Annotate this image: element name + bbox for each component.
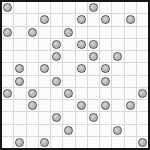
cell-r3c1[interactable]	[14, 39, 25, 50]
stone	[77, 40, 86, 49]
stone	[89, 40, 98, 49]
cell-r6c4[interactable]	[51, 76, 62, 87]
cell-r11c8[interactable]	[100, 137, 111, 148]
cell-r11c0[interactable]	[2, 137, 13, 148]
cell-r6c11[interactable]	[137, 76, 148, 87]
stone	[15, 138, 24, 147]
cell-r11c9[interactable]	[112, 137, 123, 148]
cell-r7c2[interactable]	[27, 88, 38, 99]
cell-r8c4[interactable]	[51, 100, 62, 111]
stone	[40, 15, 49, 24]
cell-r7c11[interactable]	[137, 88, 148, 99]
cell-r0c7[interactable]	[88, 2, 99, 13]
stone	[77, 15, 86, 24]
stone	[28, 28, 37, 37]
cell-r11c10[interactable]	[125, 137, 136, 148]
cell-r11c5[interactable]	[63, 137, 74, 148]
cell-r7c1[interactable]	[14, 88, 25, 99]
stone	[52, 40, 61, 49]
cell-r3c4[interactable]	[51, 39, 62, 50]
cell-r9c11[interactable]	[137, 112, 148, 123]
cell-r3c10[interactable]	[125, 39, 136, 50]
stone	[28, 89, 37, 98]
cell-r2c6[interactable]	[76, 27, 87, 38]
stone	[113, 52, 122, 61]
cell-r8c5[interactable]	[63, 100, 74, 111]
stone	[15, 77, 24, 86]
cell-r0c0[interactable]	[2, 2, 13, 13]
cell-r3c5[interactable]	[63, 39, 74, 50]
cell-r7c5[interactable]	[63, 88, 74, 99]
stone	[64, 28, 73, 37]
cell-r7c8[interactable]	[100, 88, 111, 99]
stone	[101, 77, 110, 86]
cell-r10c1[interactable]	[14, 125, 25, 136]
cell-r7c3[interactable]	[39, 88, 50, 99]
cell-r6c0[interactable]	[2, 76, 13, 87]
cell-r2c4[interactable]	[51, 27, 62, 38]
cell-r1c9[interactable]	[112, 14, 123, 25]
cell-r9c5[interactable]	[63, 112, 74, 123]
cell-r9c1[interactable]	[14, 112, 25, 123]
cell-r2c8[interactable]	[100, 27, 111, 38]
cell-r2c0[interactable]	[2, 27, 13, 38]
cell-r5c3[interactable]	[39, 63, 50, 74]
cell-r4c10[interactable]	[125, 51, 136, 62]
cell-r7c6[interactable]	[76, 88, 87, 99]
cell-r0c1[interactable]	[14, 2, 25, 13]
cell-r8c9[interactable]	[112, 100, 123, 111]
cell-r8c10[interactable]	[125, 100, 136, 111]
cell-r7c0[interactable]	[2, 88, 13, 99]
cell-r4c5[interactable]	[63, 51, 74, 62]
cell-r1c2[interactable]	[27, 14, 38, 25]
cell-r3c6[interactable]	[76, 39, 87, 50]
cell-r1c5[interactable]	[63, 14, 74, 25]
cell-r5c7[interactable]	[88, 63, 99, 74]
cell-r1c7[interactable]	[88, 14, 99, 25]
cell-r8c7[interactable]	[88, 100, 99, 111]
cell-r11c4[interactable]	[51, 137, 62, 148]
cell-r2c11[interactable]	[137, 27, 148, 38]
stone	[138, 138, 147, 147]
cell-r6c7[interactable]	[88, 76, 99, 87]
cell-r10c7[interactable]	[88, 125, 99, 136]
cell-r10c0[interactable]	[2, 125, 13, 136]
cell-r4c4[interactable]	[51, 51, 62, 62]
cell-r2c5[interactable]	[63, 27, 74, 38]
cell-r0c8[interactable]	[100, 2, 111, 13]
cell-r3c11[interactable]	[137, 39, 148, 50]
cell-r9c7[interactable]	[88, 112, 99, 123]
cell-r1c0[interactable]	[2, 14, 13, 25]
cell-r3c0[interactable]	[2, 39, 13, 50]
cell-r6c3[interactable]	[39, 76, 50, 87]
cell-r9c10[interactable]	[125, 112, 136, 123]
cell-r10c2[interactable]	[27, 125, 38, 136]
cell-r11c11[interactable]	[137, 137, 148, 148]
cell-r1c1[interactable]	[14, 14, 25, 25]
cell-r5c4[interactable]	[51, 63, 62, 74]
cell-r11c2[interactable]	[27, 137, 38, 148]
cell-r8c1[interactable]	[14, 100, 25, 111]
cell-r8c6[interactable]	[76, 100, 87, 111]
cell-r1c3[interactable]	[39, 14, 50, 25]
stone	[101, 15, 110, 24]
cell-r4c0[interactable]	[2, 51, 13, 62]
stone	[15, 64, 24, 73]
stone	[138, 89, 147, 98]
cell-r6c1[interactable]	[14, 76, 25, 87]
cell-r5c1[interactable]	[14, 63, 25, 74]
cell-r9c4[interactable]	[51, 112, 62, 123]
cell-r6c6[interactable]	[76, 76, 87, 87]
cell-r6c9[interactable]	[112, 76, 123, 87]
cell-r0c9[interactable]	[112, 2, 123, 13]
cell-r9c9[interactable]	[112, 112, 123, 123]
cell-r6c8[interactable]	[100, 76, 111, 87]
cell-r9c0[interactable]	[2, 112, 13, 123]
stone	[3, 28, 12, 37]
cell-r8c11[interactable]	[137, 100, 148, 111]
cell-r10c10[interactable]	[125, 125, 136, 136]
cell-r3c2[interactable]	[27, 39, 38, 50]
cell-r7c7[interactable]	[88, 88, 99, 99]
cell-r4c8[interactable]	[100, 51, 111, 62]
cell-r4c9[interactable]	[112, 51, 123, 62]
stone	[89, 52, 98, 61]
cell-r9c2[interactable]	[27, 112, 38, 123]
cell-r5c10[interactable]	[125, 63, 136, 74]
cell-r8c3[interactable]	[39, 100, 50, 111]
cell-r2c1[interactable]	[14, 27, 25, 38]
cell-r0c4[interactable]	[51, 2, 62, 13]
cell-r4c3[interactable]	[39, 51, 50, 62]
cell-r0c6[interactable]	[76, 2, 87, 13]
cell-r4c11[interactable]	[137, 51, 148, 62]
stone	[52, 77, 61, 86]
cell-r9c6[interactable]	[76, 112, 87, 123]
cell-r1c11[interactable]	[137, 14, 148, 25]
cell-r5c0[interactable]	[2, 63, 13, 74]
cell-r1c6[interactable]	[76, 14, 87, 25]
cell-r6c5[interactable]	[63, 76, 74, 87]
cell-r11c6[interactable]	[76, 137, 87, 148]
cell-r2c7[interactable]	[88, 27, 99, 38]
cell-r0c2[interactable]	[27, 2, 38, 13]
cell-r2c3[interactable]	[39, 27, 50, 38]
cell-r0c10[interactable]	[125, 2, 136, 13]
cell-r3c7[interactable]	[88, 39, 99, 50]
stone	[52, 52, 61, 61]
cell-r10c9[interactable]	[112, 125, 123, 136]
stone	[89, 3, 98, 12]
stone	[64, 89, 73, 98]
cell-r4c7[interactable]	[88, 51, 99, 62]
stone	[3, 3, 12, 12]
cell-r2c10[interactable]	[125, 27, 136, 38]
cell-r5c6[interactable]	[76, 63, 87, 74]
cell-r8c8[interactable]	[100, 100, 111, 111]
cell-r10c5[interactable]	[63, 125, 74, 136]
cell-r5c2[interactable]	[27, 63, 38, 74]
cell-r8c2[interactable]	[27, 100, 38, 111]
cell-r1c8[interactable]	[100, 14, 111, 25]
cell-r1c10[interactable]	[125, 14, 136, 25]
cell-r1c4[interactable]	[51, 14, 62, 25]
cell-r7c10[interactable]	[125, 88, 136, 99]
cell-r4c1[interactable]	[14, 51, 25, 62]
stone	[101, 101, 110, 110]
cell-r6c2[interactable]	[27, 76, 38, 87]
cell-r7c4[interactable]	[51, 88, 62, 99]
stone	[126, 15, 135, 24]
cell-r0c11[interactable]	[137, 2, 148, 13]
cell-r3c3[interactable]	[39, 39, 50, 50]
cell-r10c6[interactable]	[76, 125, 87, 136]
stone	[3, 89, 12, 98]
cell-r2c9[interactable]	[112, 27, 123, 38]
cell-r0c3[interactable]	[39, 2, 50, 13]
cell-r11c3[interactable]	[39, 137, 50, 148]
stone	[89, 113, 98, 122]
cell-r6c10[interactable]	[125, 76, 136, 87]
cell-r4c2[interactable]	[27, 51, 38, 62]
cell-r9c8[interactable]	[100, 112, 111, 123]
stone	[52, 113, 61, 122]
cell-r4c6[interactable]	[76, 51, 87, 62]
cell-r5c9[interactable]	[112, 63, 123, 74]
stone	[28, 101, 37, 110]
cell-r5c8[interactable]	[100, 63, 111, 74]
cell-r3c9[interactable]	[112, 39, 123, 50]
cell-r10c4[interactable]	[51, 125, 62, 136]
puzzle-board	[0, 0, 150, 150]
cell-r7c9[interactable]	[112, 88, 123, 99]
cell-r5c11[interactable]	[137, 63, 148, 74]
cell-r9c3[interactable]	[39, 112, 50, 123]
cell-r5c5[interactable]	[63, 63, 74, 74]
cell-r3c8[interactable]	[100, 39, 111, 50]
stone	[77, 64, 86, 73]
stone	[40, 64, 49, 73]
cell-r10c8[interactable]	[100, 125, 111, 136]
stone	[126, 101, 135, 110]
stone	[40, 138, 49, 147]
cell-r2c2[interactable]	[27, 27, 38, 38]
stone	[101, 64, 110, 73]
cell-r11c1[interactable]	[14, 137, 25, 148]
cell-r8c0[interactable]	[2, 100, 13, 111]
cell-r10c3[interactable]	[39, 125, 50, 136]
stone	[64, 126, 73, 135]
cell-r0c5[interactable]	[63, 2, 74, 13]
stone	[113, 126, 122, 135]
stone	[77, 101, 86, 110]
cell-r11c7[interactable]	[88, 137, 99, 148]
cell-r10c11[interactable]	[137, 125, 148, 136]
